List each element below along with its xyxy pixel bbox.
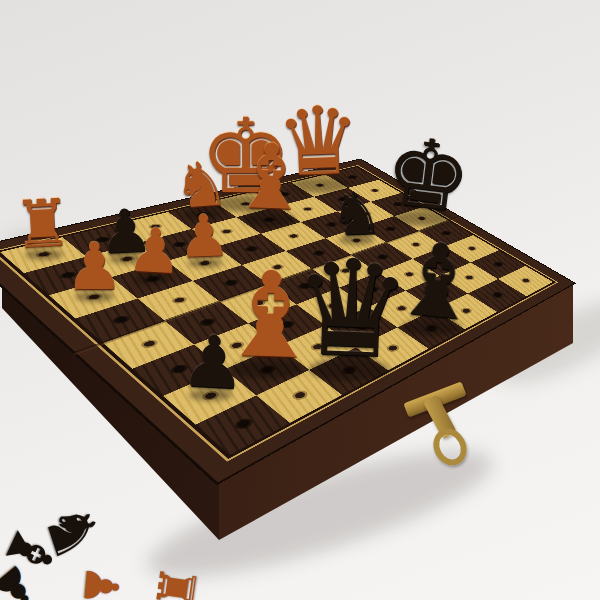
captured-black-pawn: ♟ [0,556,47,600]
captured-orange-pawn: ♟ [77,563,126,600]
clasp-ring-icon [427,423,473,472]
brass-clasp [398,370,498,465]
photo-scene: chess ♜♞♚♛♝♟♟♟♝♟♚♞♝♛♟ ♝♞♟♟♜ [0,0,600,600]
captured-black-bishop: ♝ [0,515,69,589]
captured-black-knight: ♞ [33,495,112,569]
